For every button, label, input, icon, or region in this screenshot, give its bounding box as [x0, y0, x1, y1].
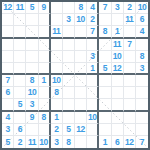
- cell-r10c9[interactable]: [99, 112, 111, 124]
- cell-r6c2[interactable]: [14, 63, 26, 75]
- cell-r8c2[interactable]: [14, 87, 26, 99]
- cell-r9c5[interactable]: [51, 99, 63, 111]
- cell-r4c9[interactable]: [99, 39, 111, 51]
- cell-r1c4[interactable]: 9: [39, 2, 51, 14]
- cell-r10c3[interactable]: 9: [26, 112, 38, 124]
- cell-r7c5[interactable]: 10: [51, 75, 63, 87]
- cell-r12c11[interactable]: 12: [124, 136, 136, 148]
- cell-r1c3[interactable]: 5: [26, 2, 38, 14]
- cell-r7c8[interactable]: [87, 75, 99, 87]
- cell-r5c5[interactable]: [51, 51, 63, 63]
- cell-r2c10[interactable]: [112, 14, 124, 26]
- cell-r5c10[interactable]: 10: [112, 51, 124, 63]
- sudoku-board: 1211598473210310211611781411731081512378…: [0, 0, 150, 150]
- cell-r12c7[interactable]: [75, 136, 87, 148]
- cell-r11c5[interactable]: 2: [51, 124, 63, 136]
- cell-r10c7[interactable]: [75, 112, 87, 124]
- cell-r3c2[interactable]: [14, 26, 26, 38]
- cell-r6c12[interactable]: 3: [136, 63, 148, 75]
- cell-r12c6[interactable]: 8: [63, 136, 75, 148]
- cell-r9c2[interactable]: 5: [14, 99, 26, 111]
- cell-r7c1[interactable]: 7: [2, 75, 14, 87]
- cell-r8c8[interactable]: [87, 87, 99, 99]
- cell-r3c8[interactable]: 7: [87, 26, 99, 38]
- cell-r3c3[interactable]: [26, 26, 38, 38]
- cell-r7c11[interactable]: [124, 75, 136, 87]
- cell-r7c10[interactable]: [112, 75, 124, 87]
- cell-r1c1[interactable]: 12: [2, 2, 14, 14]
- cell-r3c7[interactable]: [75, 26, 87, 38]
- cell-r1c9[interactable]: 7: [99, 2, 111, 14]
- cell-r7c2[interactable]: [14, 75, 26, 87]
- cell-r6c7[interactable]: [75, 63, 87, 75]
- cell-r2c5[interactable]: [51, 14, 63, 26]
- cell-r8c5[interactable]: 8: [51, 87, 63, 99]
- cell-r1c8[interactable]: 4: [87, 2, 99, 14]
- cell-r9c9[interactable]: [99, 99, 111, 111]
- cell-r11c7[interactable]: 12: [75, 124, 87, 136]
- cell-r3c9[interactable]: 8: [99, 26, 111, 38]
- cell-r8c9[interactable]: [99, 87, 111, 99]
- cell-r11c3[interactable]: [26, 124, 38, 136]
- cell-r10c2[interactable]: [14, 112, 26, 124]
- cell-r12c2[interactable]: 2: [14, 136, 26, 148]
- cell-r9c4[interactable]: [39, 99, 51, 111]
- cell-r11c12[interactable]: [136, 124, 148, 136]
- cell-r11c9[interactable]: [99, 124, 111, 136]
- cell-r4c1[interactable]: [2, 39, 14, 51]
- cell-r1c11[interactable]: 2: [124, 2, 136, 14]
- cell-r5c7[interactable]: [75, 51, 87, 63]
- cell-r2c1[interactable]: [2, 14, 14, 26]
- cell-r11c6[interactable]: 5: [63, 124, 75, 136]
- cell-r9c3[interactable]: 3: [26, 99, 38, 111]
- cell-r4c8[interactable]: [87, 39, 99, 51]
- cell-r9c8[interactable]: [87, 99, 99, 111]
- cell-r5c9[interactable]: [99, 51, 111, 63]
- cell-r9c6[interactable]: [63, 99, 75, 111]
- cell-r2c11[interactable]: 11: [124, 14, 136, 26]
- cell-r6c6[interactable]: [63, 63, 75, 75]
- cell-r8c7[interactable]: [75, 87, 87, 99]
- cell-r9c1[interactable]: [2, 99, 14, 111]
- cell-r2c12[interactable]: 6: [136, 14, 148, 26]
- cell-r9c11[interactable]: [124, 99, 136, 111]
- sudoku-grid: 1211598473210310211611781411731081512378…: [2, 2, 148, 148]
- cell-r3c11[interactable]: [124, 26, 136, 38]
- cell-r5c8[interactable]: 3: [87, 51, 99, 63]
- cell-r11c11[interactable]: [124, 124, 136, 136]
- cell-r6c5[interactable]: [51, 63, 63, 75]
- cell-r8c3[interactable]: 10: [26, 87, 38, 99]
- cell-r12c5[interactable]: 3: [51, 136, 63, 148]
- cell-r10c4[interactable]: 8: [39, 112, 51, 124]
- cell-r6c1[interactable]: [2, 63, 14, 75]
- cell-r5c1[interactable]: [2, 51, 14, 63]
- cell-r5c12[interactable]: 8: [136, 51, 148, 63]
- cell-r4c6[interactable]: [63, 39, 75, 51]
- cell-r4c12[interactable]: [136, 39, 148, 51]
- cell-r7c3[interactable]: 8: [26, 75, 38, 87]
- cell-r12c9[interactable]: 1: [99, 136, 111, 148]
- cell-r7c6[interactable]: [63, 75, 75, 87]
- cell-r2c9[interactable]: [99, 14, 111, 26]
- cell-r6c11[interactable]: [124, 63, 136, 75]
- cell-r6c4[interactable]: [39, 63, 51, 75]
- cell-r9c7[interactable]: [75, 99, 87, 111]
- cell-r3c4[interactable]: [39, 26, 51, 38]
- cell-r4c10[interactable]: 11: [112, 39, 124, 51]
- cell-r11c8[interactable]: [87, 124, 99, 136]
- cell-r10c1[interactable]: 4: [2, 112, 14, 124]
- cell-r4c5[interactable]: [51, 39, 63, 51]
- cell-r6c10[interactable]: 12: [112, 63, 124, 75]
- cell-r9c12[interactable]: [136, 99, 148, 111]
- cell-r10c12[interactable]: [136, 112, 148, 124]
- cell-r1c6[interactable]: [63, 2, 75, 14]
- cell-r1c12[interactable]: 10: [136, 2, 148, 14]
- cell-r6c8[interactable]: 1: [87, 63, 99, 75]
- cell-r8c1[interactable]: 6: [2, 87, 14, 99]
- cell-r8c11[interactable]: [124, 87, 136, 99]
- cell-r11c1[interactable]: 3: [2, 124, 14, 136]
- cell-r3c6[interactable]: [63, 26, 75, 38]
- cell-r12c8[interactable]: [87, 136, 99, 148]
- cell-r4c2[interactable]: [14, 39, 26, 51]
- cell-r7c9[interactable]: [99, 75, 111, 87]
- cell-r3c5[interactable]: 11: [51, 26, 63, 38]
- cell-r10c6[interactable]: [63, 112, 75, 124]
- cell-r2c4[interactable]: [39, 14, 51, 26]
- cell-r1c10[interactable]: 3: [112, 2, 124, 14]
- cell-r4c3[interactable]: [26, 39, 38, 51]
- cell-r2c8[interactable]: 2: [87, 14, 99, 26]
- cell-r6c9[interactable]: 5: [99, 63, 111, 75]
- cell-r7c7[interactable]: [75, 75, 87, 87]
- cell-r5c2[interactable]: [14, 51, 26, 63]
- cell-r12c10[interactable]: 6: [112, 136, 124, 148]
- cell-r12c3[interactable]: 11: [26, 136, 38, 148]
- cell-r4c7[interactable]: [75, 39, 87, 51]
- cell-r12c4[interactable]: 10: [39, 136, 51, 148]
- cell-r8c4[interactable]: [39, 87, 51, 99]
- cell-r5c11[interactable]: [124, 51, 136, 63]
- cell-r6c3[interactable]: [26, 63, 38, 75]
- cell-r5c4[interactable]: [39, 51, 51, 63]
- cell-r2c7[interactable]: 10: [75, 14, 87, 26]
- cell-r4c4[interactable]: [39, 39, 51, 51]
- cell-r12c1[interactable]: 5: [2, 136, 14, 148]
- cell-r12c12[interactable]: 7: [136, 136, 148, 148]
- cell-r2c3[interactable]: [26, 14, 38, 26]
- cell-r1c7[interactable]: 8: [75, 2, 87, 14]
- cell-r7c12[interactable]: [136, 75, 148, 87]
- cell-r10c8[interactable]: 10: [87, 112, 99, 124]
- cell-r5c3[interactable]: [26, 51, 38, 63]
- cell-r11c2[interactable]: 6: [14, 124, 26, 136]
- cell-r2c2[interactable]: [14, 14, 26, 26]
- cell-r11c10[interactable]: [112, 124, 124, 136]
- cell-r1c2[interactable]: 11: [14, 2, 26, 14]
- cell-r8c6[interactable]: [63, 87, 75, 99]
- cell-r7c4[interactable]: 1: [39, 75, 51, 87]
- cell-r8c12[interactable]: [136, 87, 148, 99]
- cell-r2c6[interactable]: 3: [63, 14, 75, 26]
- cell-r3c1[interactable]: [2, 26, 14, 38]
- cell-r10c11[interactable]: [124, 112, 136, 124]
- cell-r10c10[interactable]: [112, 112, 124, 124]
- cell-r10c5[interactable]: 1: [51, 112, 63, 124]
- cell-r4c11[interactable]: 7: [124, 39, 136, 51]
- cell-r1c5[interactable]: [51, 2, 63, 14]
- cell-r3c12[interactable]: 4: [136, 26, 148, 38]
- cell-r5c6[interactable]: [63, 51, 75, 63]
- cell-r3c10[interactable]: 1: [112, 26, 124, 38]
- cell-r9c10[interactable]: [112, 99, 124, 111]
- cell-r11c4[interactable]: [39, 124, 51, 136]
- cell-r8c10[interactable]: [112, 87, 124, 99]
